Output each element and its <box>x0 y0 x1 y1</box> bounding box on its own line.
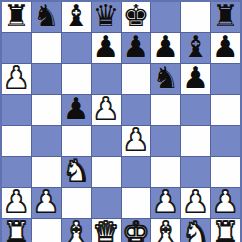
square-d2[interactable] <box>92 188 121 218</box>
square-g2[interactable]: ♟ <box>181 188 210 218</box>
square-a6[interactable]: ♟ <box>2 64 31 94</box>
black-knight[interactable]: ♞ <box>152 63 179 93</box>
square-f5[interactable] <box>151 95 180 125</box>
square-d3[interactable] <box>92 157 121 187</box>
square-a4[interactable] <box>2 126 31 156</box>
black-pawn[interactable]: ♟ <box>182 63 209 93</box>
black-bishop[interactable]: ♝ <box>63 1 90 31</box>
black-bishop[interactable]: ♝ <box>182 32 209 62</box>
white-king[interactable]: ♚ <box>122 218 149 242</box>
square-a3[interactable] <box>2 157 31 187</box>
white-pawn[interactable]: ♟ <box>152 187 179 217</box>
square-c5[interactable]: ♟ <box>62 95 91 125</box>
black-rook[interactable]: ♜ <box>212 1 239 31</box>
square-d8[interactable]: ♛ <box>92 2 121 32</box>
white-pawn[interactable]: ♟ <box>3 187 30 217</box>
white-pawn[interactable]: ♟ <box>33 187 60 217</box>
square-f2[interactable]: ♟ <box>151 188 180 218</box>
square-b3[interactable] <box>32 157 61 187</box>
square-e5[interactable] <box>122 95 151 125</box>
square-c1[interactable]: ♝ <box>62 219 91 242</box>
square-b7[interactable] <box>32 33 61 63</box>
square-d7[interactable]: ♟ <box>92 33 121 63</box>
square-b2[interactable]: ♟ <box>32 188 61 218</box>
white-knight[interactable]: ♞ <box>182 218 209 242</box>
square-h3[interactable] <box>211 157 240 187</box>
square-e3[interactable] <box>122 157 151 187</box>
square-h1[interactable]: ♜ <box>211 219 240 242</box>
square-h2[interactable]: ♟ <box>211 188 240 218</box>
square-e8[interactable]: ♚ <box>122 2 151 32</box>
square-a1[interactable]: ♜ <box>2 219 31 242</box>
white-pawn[interactable]: ♟ <box>182 187 209 217</box>
square-e4[interactable]: ♟ <box>122 126 151 156</box>
black-pawn[interactable]: ♟ <box>122 32 149 62</box>
black-rook[interactable]: ♜ <box>3 1 30 31</box>
white-bishop[interactable]: ♝ <box>152 218 179 242</box>
square-e1[interactable]: ♚ <box>122 219 151 242</box>
square-a8[interactable]: ♜ <box>2 2 31 32</box>
square-f4[interactable] <box>151 126 180 156</box>
square-g3[interactable] <box>181 157 210 187</box>
square-h5[interactable] <box>211 95 240 125</box>
square-b6[interactable] <box>32 64 61 94</box>
black-pawn[interactable]: ♟ <box>212 32 239 62</box>
white-pawn[interactable]: ♟ <box>93 94 120 124</box>
square-d4[interactable] <box>92 126 121 156</box>
black-pawn[interactable]: ♟ <box>63 94 90 124</box>
square-e2[interactable] <box>122 188 151 218</box>
square-f3[interactable] <box>151 157 180 187</box>
square-c4[interactable] <box>62 126 91 156</box>
square-h6[interactable] <box>211 64 240 94</box>
white-rook[interactable]: ♜ <box>212 218 239 242</box>
square-d1[interactable]: ♛ <box>92 219 121 242</box>
square-b1[interactable] <box>32 219 61 242</box>
square-c3[interactable]: ♞ <box>62 157 91 187</box>
square-g1[interactable]: ♞ <box>181 219 210 242</box>
square-f1[interactable]: ♝ <box>151 219 180 242</box>
square-a2[interactable]: ♟ <box>2 188 31 218</box>
square-e7[interactable]: ♟ <box>122 33 151 63</box>
square-e6[interactable] <box>122 64 151 94</box>
square-a5[interactable] <box>2 95 31 125</box>
square-f7[interactable]: ♟ <box>151 33 180 63</box>
square-b8[interactable]: ♞ <box>32 2 61 32</box>
square-d6[interactable] <box>92 64 121 94</box>
square-a7[interactable] <box>2 33 31 63</box>
white-pawn[interactable]: ♟ <box>122 125 149 155</box>
black-pawn[interactable]: ♟ <box>93 32 120 62</box>
square-g5[interactable] <box>181 95 210 125</box>
white-bishop[interactable]: ♝ <box>63 218 90 242</box>
square-b5[interactable] <box>32 95 61 125</box>
square-c2[interactable] <box>62 188 91 218</box>
square-c7[interactable] <box>62 33 91 63</box>
white-knight[interactable]: ♞ <box>63 156 90 186</box>
white-pawn[interactable]: ♟ <box>212 187 239 217</box>
white-rook[interactable]: ♜ <box>3 218 30 242</box>
chess-board: ♜♞♝♛♚♜♟♟♟♝♟♟♞♟♟♟♟♞♟♟♟♟♟♜♝♛♚♝♞♜ <box>0 0 242 242</box>
square-g8[interactable] <box>181 2 210 32</box>
black-king[interactable]: ♚ <box>122 1 149 31</box>
black-queen[interactable]: ♛ <box>93 1 120 31</box>
white-pawn[interactable]: ♟ <box>3 63 30 93</box>
square-h7[interactable]: ♟ <box>211 33 240 63</box>
black-knight[interactable]: ♞ <box>33 1 60 31</box>
square-h8[interactable]: ♜ <box>211 2 240 32</box>
square-g6[interactable]: ♟ <box>181 64 210 94</box>
square-f8[interactable] <box>151 2 180 32</box>
square-g4[interactable] <box>181 126 210 156</box>
square-c6[interactable] <box>62 64 91 94</box>
square-g7[interactable]: ♝ <box>181 33 210 63</box>
square-f6[interactable]: ♞ <box>151 64 180 94</box>
white-queen[interactable]: ♛ <box>93 218 120 242</box>
black-pawn[interactable]: ♟ <box>152 32 179 62</box>
square-c8[interactable]: ♝ <box>62 2 91 32</box>
square-h4[interactable] <box>211 126 240 156</box>
square-b4[interactable] <box>32 126 61 156</box>
square-d5[interactable]: ♟ <box>92 95 121 125</box>
